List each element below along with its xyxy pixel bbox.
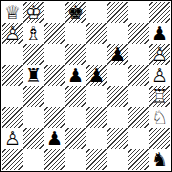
- white-bishop[interactable]: ♝♗: [23, 23, 44, 44]
- square-h2[interactable]: [149, 128, 170, 149]
- square-b3[interactable]: [23, 107, 44, 128]
- piece-outline: ♖: [149, 86, 170, 107]
- square-e4[interactable]: [86, 86, 107, 107]
- square-h6[interactable]: ♟♙: [149, 44, 170, 65]
- chess-board: ♛♕♚♔♚♟♙♝♗♟♟♟♙♜♟♟♟♙♜♖♞♘♟♙♟♞: [0, 0, 172, 172]
- piece-outline: ♔: [23, 2, 44, 23]
- square-b6[interactable]: [23, 44, 44, 65]
- square-d3[interactable]: [65, 107, 86, 128]
- white-knight[interactable]: ♞♘: [149, 107, 170, 128]
- square-e6[interactable]: [86, 44, 107, 65]
- square-d1[interactable]: [65, 149, 86, 170]
- piece-glyph: ♟: [149, 23, 170, 44]
- square-c7[interactable]: [44, 23, 65, 44]
- black-knight[interactable]: ♞: [149, 149, 170, 170]
- white-pawn[interactable]: ♟♙: [2, 128, 23, 149]
- piece-glyph: ♟: [86, 65, 107, 86]
- board-grid: ♛♕♚♔♚♟♙♝♗♟♟♟♙♜♟♟♟♙♜♖♞♘♟♙♟♞: [2, 2, 170, 170]
- square-a5[interactable]: [2, 65, 23, 86]
- square-a6[interactable]: [2, 44, 23, 65]
- piece-outline: ♙: [2, 128, 23, 149]
- square-g8[interactable]: [128, 2, 149, 23]
- square-f2[interactable]: [107, 128, 128, 149]
- white-pawn[interactable]: ♟♙: [149, 44, 170, 65]
- square-c4[interactable]: [44, 86, 65, 107]
- piece-glyph: ♜: [23, 65, 44, 86]
- white-queen[interactable]: ♛♕: [2, 2, 23, 23]
- white-king[interactable]: ♚♔: [23, 2, 44, 23]
- square-c3[interactable]: [44, 107, 65, 128]
- square-e1[interactable]: [86, 149, 107, 170]
- square-c2[interactable]: ♟: [44, 128, 65, 149]
- black-king[interactable]: ♚: [65, 2, 86, 23]
- square-f3[interactable]: [107, 107, 128, 128]
- square-b8[interactable]: ♚♔: [23, 2, 44, 23]
- piece-outline: ♕: [2, 2, 23, 23]
- square-b5[interactable]: ♜: [23, 65, 44, 86]
- square-a8[interactable]: ♛♕: [2, 2, 23, 23]
- square-c1[interactable]: [44, 149, 65, 170]
- piece-glyph: ♞: [149, 149, 170, 170]
- square-c6[interactable]: [44, 44, 65, 65]
- square-b1[interactable]: [23, 149, 44, 170]
- white-pawn[interactable]: ♟♙: [2, 23, 23, 44]
- square-a7[interactable]: ♟♙: [2, 23, 23, 44]
- square-e7[interactable]: [86, 23, 107, 44]
- square-e8[interactable]: [86, 2, 107, 23]
- square-d7[interactable]: [65, 23, 86, 44]
- square-h8[interactable]: [149, 2, 170, 23]
- piece-glyph: ♟: [44, 128, 65, 149]
- square-a1[interactable]: [2, 149, 23, 170]
- square-h1[interactable]: ♞: [149, 149, 170, 170]
- piece-outline: ♙: [149, 44, 170, 65]
- piece-glyph: ♟: [107, 44, 128, 65]
- piece-outline: ♙: [149, 65, 170, 86]
- black-pawn[interactable]: ♟: [149, 23, 170, 44]
- piece-outline: ♙: [2, 23, 23, 44]
- square-e3[interactable]: [86, 107, 107, 128]
- black-pawn[interactable]: ♟: [107, 44, 128, 65]
- square-a3[interactable]: [2, 107, 23, 128]
- black-pawn[interactable]: ♟: [65, 65, 86, 86]
- square-h5[interactable]: ♟♙: [149, 65, 170, 86]
- square-g7[interactable]: [128, 23, 149, 44]
- square-e5[interactable]: ♟: [86, 65, 107, 86]
- square-f7[interactable]: [107, 23, 128, 44]
- square-e2[interactable]: [86, 128, 107, 149]
- piece-glyph: ♟: [65, 65, 86, 86]
- square-f4[interactable]: [107, 86, 128, 107]
- square-a4[interactable]: [2, 86, 23, 107]
- white-pawn[interactable]: ♟♙: [149, 65, 170, 86]
- square-d5[interactable]: ♟: [65, 65, 86, 86]
- square-g5[interactable]: [128, 65, 149, 86]
- square-b4[interactable]: [23, 86, 44, 107]
- square-g1[interactable]: [128, 149, 149, 170]
- square-d8[interactable]: ♚: [65, 2, 86, 23]
- square-d2[interactable]: [65, 128, 86, 149]
- square-f6[interactable]: ♟: [107, 44, 128, 65]
- white-rook[interactable]: ♜♖: [149, 86, 170, 107]
- square-g3[interactable]: [128, 107, 149, 128]
- square-d6[interactable]: [65, 44, 86, 65]
- square-b2[interactable]: [23, 128, 44, 149]
- square-h4[interactable]: ♜♖: [149, 86, 170, 107]
- square-f8[interactable]: [107, 2, 128, 23]
- square-g4[interactable]: [128, 86, 149, 107]
- square-f1[interactable]: [107, 149, 128, 170]
- square-a2[interactable]: ♟♙: [2, 128, 23, 149]
- piece-outline: ♘: [149, 107, 170, 128]
- square-h7[interactable]: ♟: [149, 23, 170, 44]
- square-g2[interactable]: [128, 128, 149, 149]
- black-rook[interactable]: ♜: [23, 65, 44, 86]
- square-b7[interactable]: ♝♗: [23, 23, 44, 44]
- square-c8[interactable]: [44, 2, 65, 23]
- square-f5[interactable]: [107, 65, 128, 86]
- square-h3[interactable]: ♞♘: [149, 107, 170, 128]
- black-pawn[interactable]: ♟: [86, 65, 107, 86]
- square-c5[interactable]: [44, 65, 65, 86]
- square-d4[interactable]: [65, 86, 86, 107]
- piece-outline: ♗: [23, 23, 44, 44]
- piece-glyph: ♚: [65, 2, 86, 23]
- square-g6[interactable]: [128, 44, 149, 65]
- black-pawn[interactable]: ♟: [44, 128, 65, 149]
